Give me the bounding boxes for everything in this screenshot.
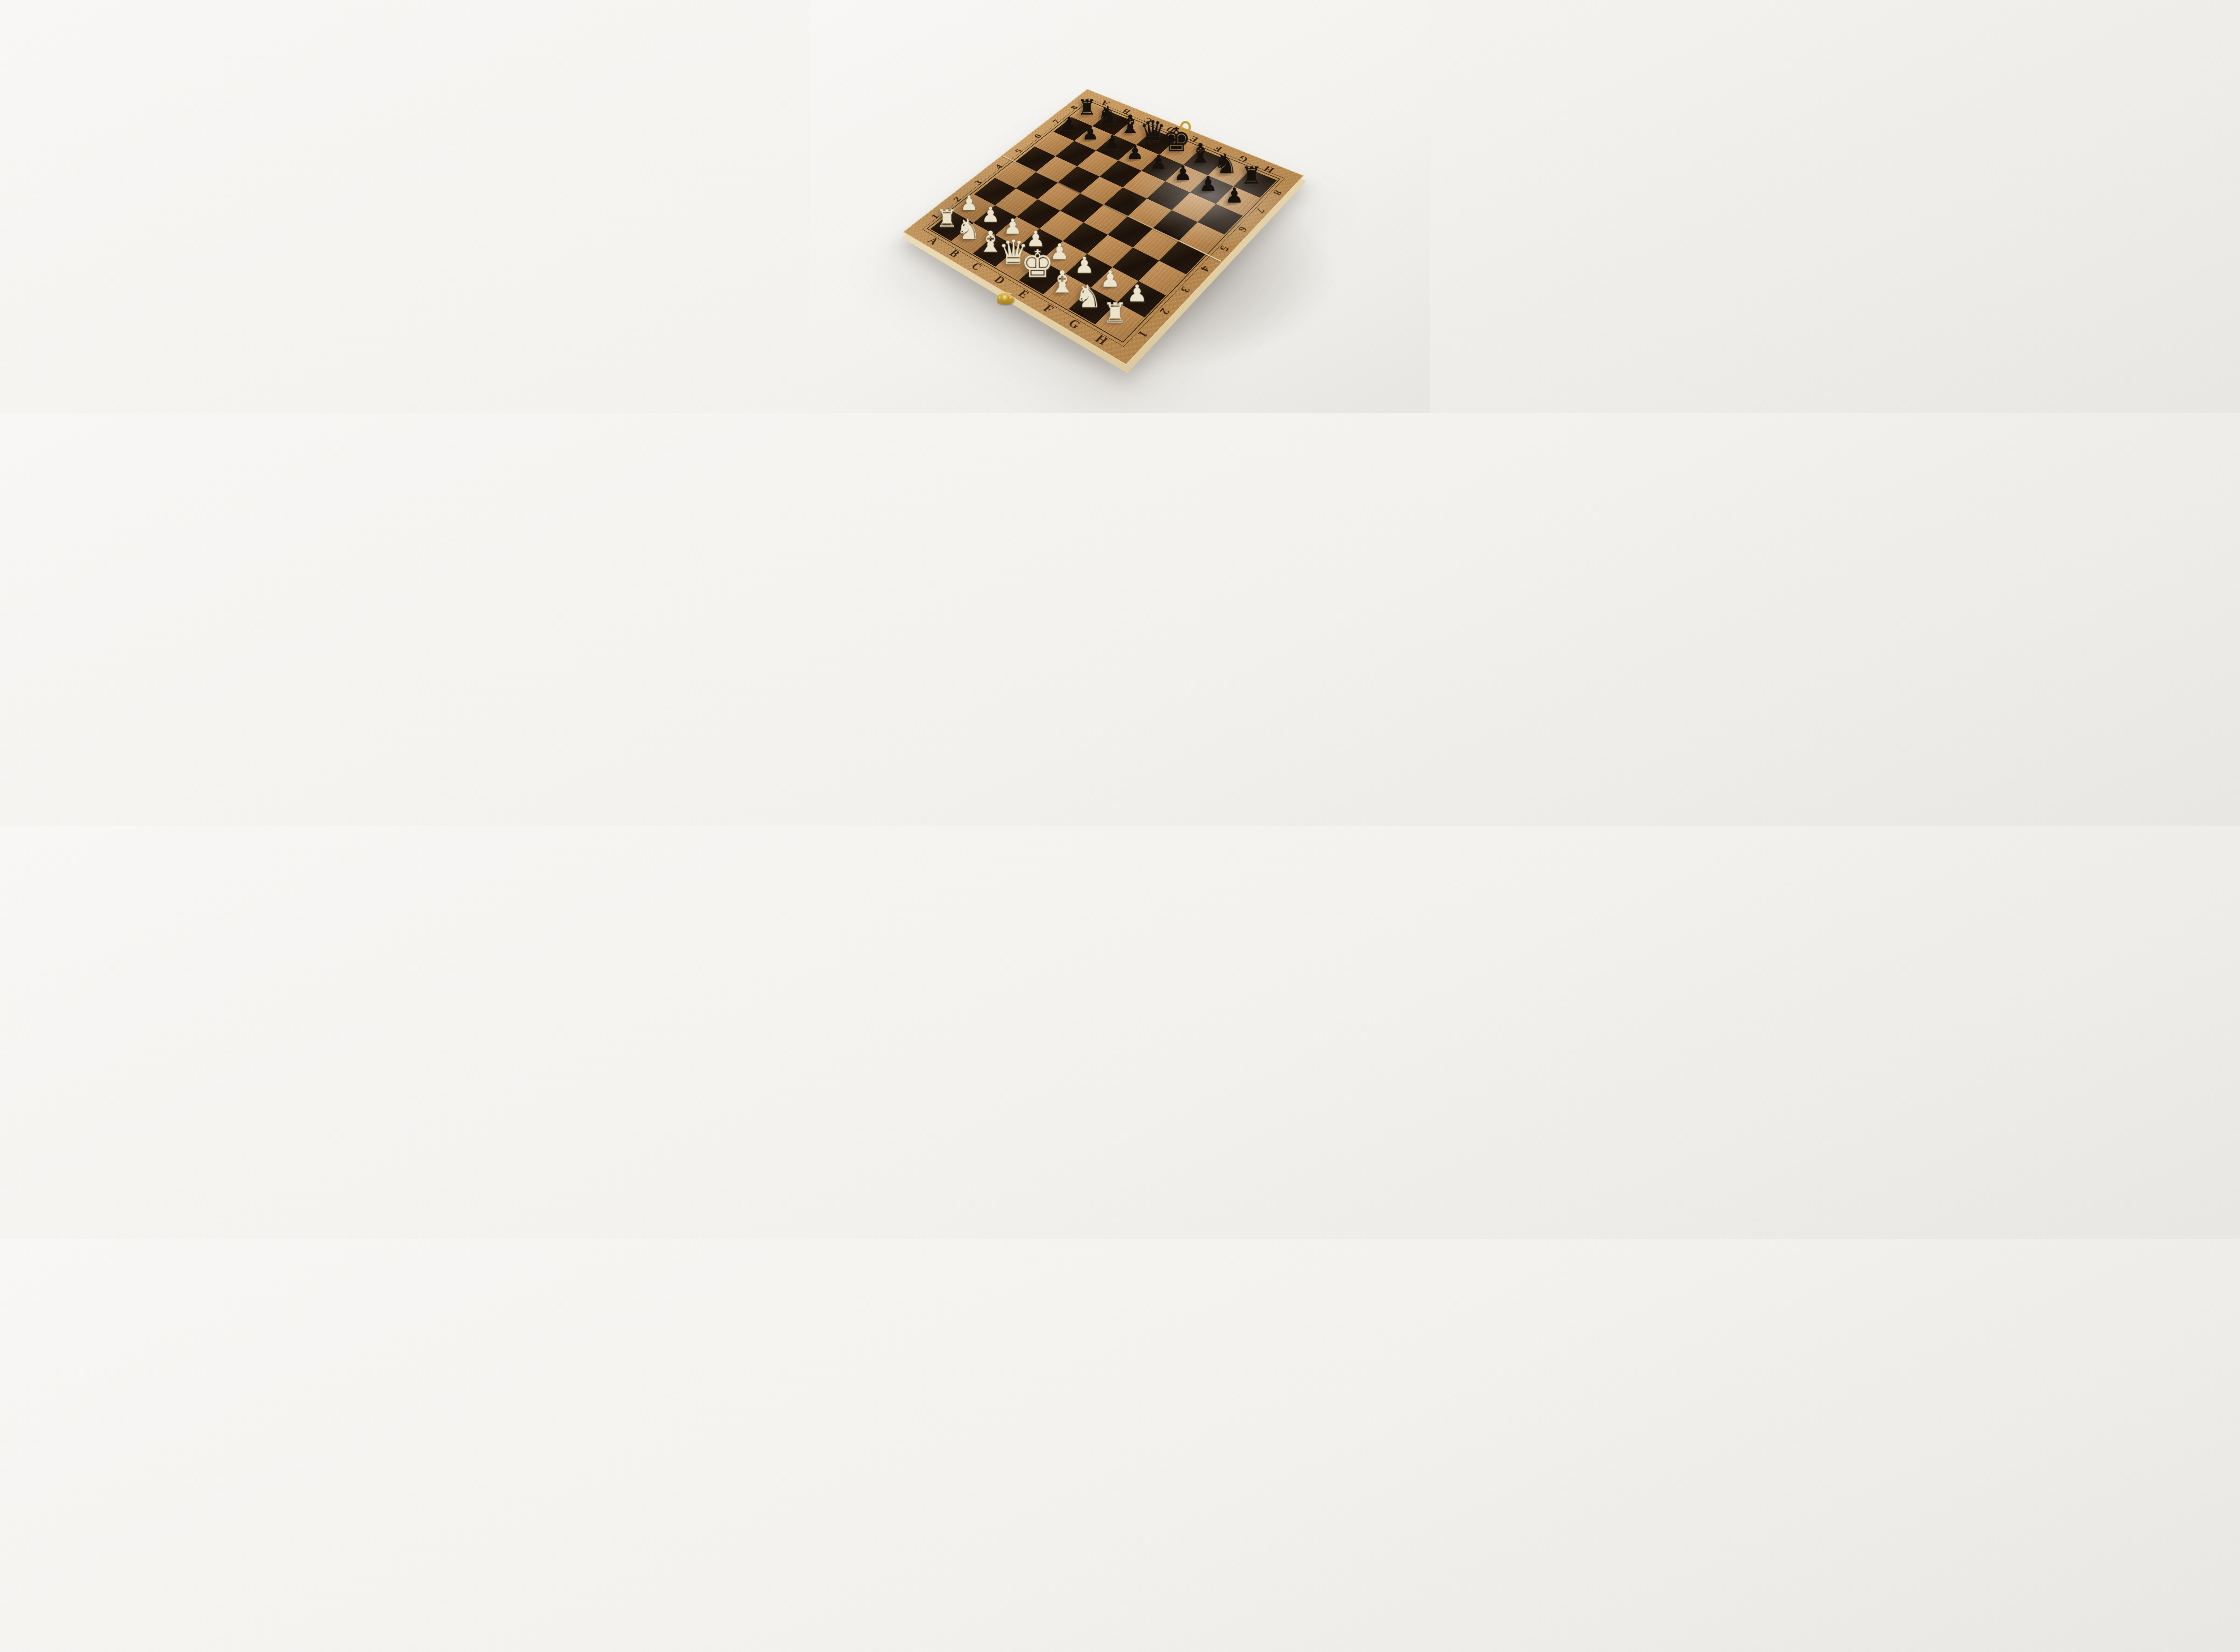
black-pawn-h7[interactable]: ♟	[1213, 153, 1254, 205]
white-rook-h1[interactable]: ♜	[1092, 268, 1138, 326]
photo-scene: ABCDEFGH ABCDEFGH 87654321 87654321 ♜♞♝♛…	[810, 0, 1430, 413]
